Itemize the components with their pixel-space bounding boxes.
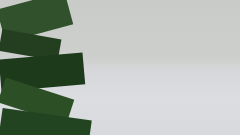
product-photo-chess-scene: ABCDEFGH 87654321 ♛♚♜♝♚♞♞♞♜♟♟ [0,0,240,135]
